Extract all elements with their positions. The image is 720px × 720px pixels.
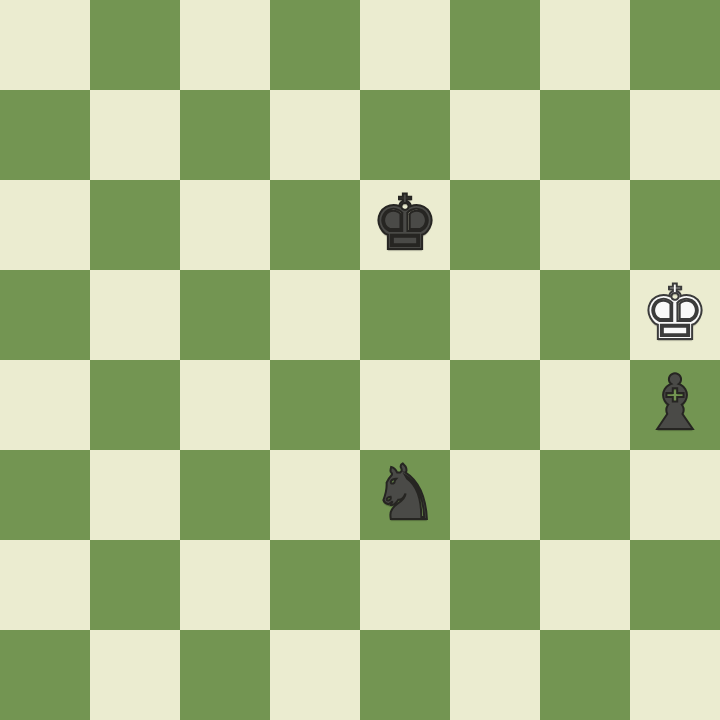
square-b4[interactable] [90,360,180,450]
square-h1[interactable] [630,630,720,720]
square-c2[interactable] [180,540,270,630]
square-e4[interactable] [360,360,450,450]
square-f3[interactable] [450,450,540,540]
square-a5[interactable] [0,270,90,360]
square-g6[interactable] [540,180,630,270]
square-b8[interactable] [90,0,180,90]
square-d8[interactable] [270,0,360,90]
piece-black-king[interactable]: ♚ [360,180,450,270]
square-f1[interactable] [450,630,540,720]
square-c5[interactable] [180,270,270,360]
square-e7[interactable] [360,90,450,180]
square-h3[interactable] [630,450,720,540]
square-f7[interactable] [450,90,540,180]
square-b5[interactable] [90,270,180,360]
square-g5[interactable] [540,270,630,360]
square-d4[interactable] [270,360,360,450]
square-g2[interactable] [540,540,630,630]
square-a7[interactable] [0,90,90,180]
square-d7[interactable] [270,90,360,180]
square-e1[interactable] [360,630,450,720]
square-d2[interactable] [270,540,360,630]
square-g4[interactable] [540,360,630,450]
square-h4[interactable]: ♝ [630,360,720,450]
square-e5[interactable] [360,270,450,360]
square-h7[interactable] [630,90,720,180]
square-c8[interactable] [180,0,270,90]
square-e3[interactable]: ♞ [360,450,450,540]
square-h2[interactable] [630,540,720,630]
piece-black-bishop[interactable]: ♝ [630,360,720,450]
piece-white-king[interactable]: ♚ [630,270,720,360]
square-e8[interactable] [360,0,450,90]
square-d1[interactable] [270,630,360,720]
square-g8[interactable] [540,0,630,90]
square-a3[interactable] [0,450,90,540]
square-h5[interactable]: ♚ [630,270,720,360]
square-c6[interactable] [180,180,270,270]
square-e6[interactable]: ♚ [360,180,450,270]
chess-board: ♚♚♝♞ [0,0,720,720]
square-g3[interactable] [540,450,630,540]
square-g7[interactable] [540,90,630,180]
square-b2[interactable] [90,540,180,630]
square-b3[interactable] [90,450,180,540]
square-f8[interactable] [450,0,540,90]
square-a1[interactable] [0,630,90,720]
square-d5[interactable] [270,270,360,360]
square-d3[interactable] [270,450,360,540]
square-f5[interactable] [450,270,540,360]
square-c4[interactable] [180,360,270,450]
square-b6[interactable] [90,180,180,270]
square-d6[interactable] [270,180,360,270]
square-f6[interactable] [450,180,540,270]
square-e2[interactable] [360,540,450,630]
square-f2[interactable] [450,540,540,630]
square-b7[interactable] [90,90,180,180]
square-h6[interactable] [630,180,720,270]
square-c7[interactable] [180,90,270,180]
square-b1[interactable] [90,630,180,720]
square-f4[interactable] [450,360,540,450]
square-a8[interactable] [0,0,90,90]
square-a6[interactable] [0,180,90,270]
square-g1[interactable] [540,630,630,720]
square-a4[interactable] [0,360,90,450]
square-h8[interactable] [630,0,720,90]
square-c1[interactable] [180,630,270,720]
square-a2[interactable] [0,540,90,630]
square-c3[interactable] [180,450,270,540]
piece-black-knight[interactable]: ♞ [360,450,450,540]
